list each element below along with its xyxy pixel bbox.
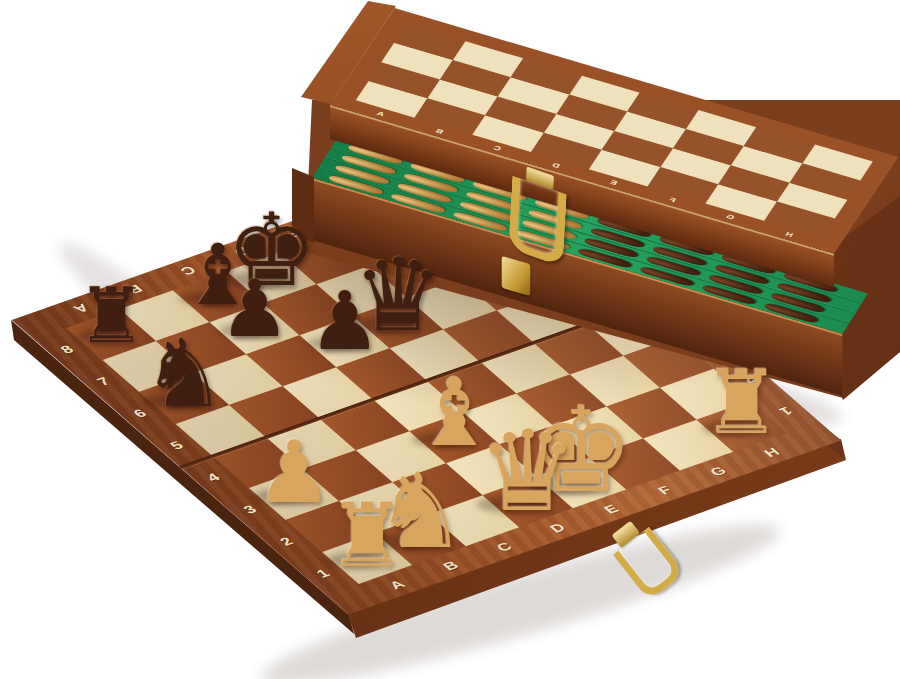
lid-file-label: B bbox=[434, 127, 445, 135]
lid-file-label: H bbox=[783, 230, 794, 238]
lid-file-label: A bbox=[375, 110, 386, 118]
piece-black-pawn-d6[interactable]: ♟ bbox=[304, 281, 385, 362]
scene: 88AA77BB66CC55DD44EE33FF22GG11HH ABCDEFG… bbox=[0, 0, 900, 679]
piece-white-queen-d1[interactable]: ♛ bbox=[472, 415, 584, 527]
lid-file-label: E bbox=[609, 179, 619, 187]
brass-catch-plate bbox=[502, 256, 531, 296]
lid-file-label: D bbox=[550, 162, 561, 170]
piece-white-rook-h1[interactable]: ♜ bbox=[698, 359, 786, 447]
piece-white-rook-a1[interactable]: ♜ bbox=[323, 492, 411, 580]
lid-brass-hasp bbox=[508, 162, 567, 267]
lid-file-label: G bbox=[725, 213, 736, 221]
lid-file-label: F bbox=[667, 196, 677, 203]
lid-file-label: C bbox=[492, 144, 503, 152]
piece-black-knight-a6[interactable]: ♞ bbox=[137, 327, 231, 421]
